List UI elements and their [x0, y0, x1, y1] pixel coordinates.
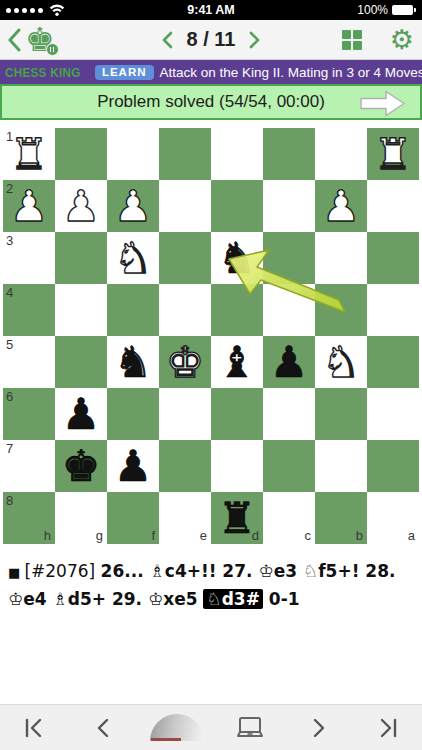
square-e1[interactable]	[159, 128, 211, 180]
piece-bP-c5: ♟	[263, 336, 315, 388]
file-label-a: a	[408, 528, 415, 543]
previous-move-button[interactable]	[81, 706, 125, 750]
square-f8[interactable]: f	[107, 492, 159, 544]
status-bar: 9:41 AM 100%	[0, 0, 422, 20]
piece-wN-b5: ♞	[315, 336, 367, 388]
square-f5[interactable]: ♞	[107, 336, 159, 388]
square-a2[interactable]	[367, 180, 419, 232]
piece-wR-a1: ♜	[367, 128, 419, 180]
square-f2[interactable]: ♟	[107, 180, 159, 232]
square-h5[interactable]: 5	[3, 336, 55, 388]
file-label-h: h	[44, 528, 51, 543]
piece-wK-e5: ♚	[159, 336, 211, 388]
rank-label-3: 3	[6, 233, 13, 248]
square-g1[interactable]	[55, 128, 107, 180]
square-e3[interactable]	[159, 232, 211, 284]
problem-solved-text: Problem solved (54/54, 00:00)	[2, 92, 420, 112]
square-f7[interactable]: ♟	[107, 440, 159, 492]
game-result: 0-1	[263, 589, 300, 609]
problem-id: [#2076]	[24, 561, 100, 581]
square-d7[interactable]	[211, 440, 263, 492]
file-label-e: e	[200, 528, 207, 543]
square-f4[interactable]	[107, 284, 159, 336]
go-to-start-button[interactable]	[12, 706, 56, 750]
square-c7[interactable]	[263, 440, 315, 492]
result-square-icon: ■	[8, 565, 24, 580]
square-a7[interactable]	[367, 440, 419, 492]
square-d6[interactable]	[211, 388, 263, 440]
piece-bP-g6: ♟	[55, 388, 107, 440]
square-e7[interactable]	[159, 440, 211, 492]
problem-list-grid-icon[interactable]	[342, 30, 362, 50]
square-a8[interactable]: a	[367, 492, 419, 544]
square-f1[interactable]	[107, 128, 159, 180]
piece-bP-f7: ♟	[107, 440, 159, 492]
square-a1[interactable]: ♜	[367, 128, 419, 180]
square-b5[interactable]: ♞	[315, 336, 367, 388]
square-c2[interactable]	[263, 180, 315, 232]
piece-wP-h2: ♟	[3, 180, 55, 232]
square-b3[interactable]	[315, 232, 367, 284]
battery-icon	[392, 5, 413, 15]
file-label-f: f	[151, 528, 155, 543]
square-g3[interactable]	[55, 232, 107, 284]
go-to-end-button[interactable]	[366, 706, 410, 750]
rank-label-4: 4	[6, 285, 13, 300]
back-chevron-icon[interactable]	[8, 28, 21, 52]
square-h2[interactable]: 2♟	[3, 180, 55, 232]
piece-bN-f5: ♞	[107, 336, 159, 388]
square-b7[interactable]	[315, 440, 367, 492]
square-h7[interactable]: 7	[3, 440, 55, 492]
square-b8[interactable]: b	[315, 492, 367, 544]
square-a6[interactable]	[367, 388, 419, 440]
piece-bK-g7: ♚	[55, 440, 107, 492]
next-arrow-icon[interactable]	[360, 90, 406, 117]
rank-label-8: 8	[6, 493, 13, 508]
square-c4[interactable]	[263, 284, 315, 336]
rank-label-7: 7	[6, 441, 13, 456]
chess-board-container: 1♜♜2♟♟♟♟3♞♞45♞♚♝♟♞6♟7♚♟8hgfed♜cba	[3, 128, 419, 544]
square-g8[interactable]: g	[55, 492, 107, 544]
course-title: Attack on the King II. Mating in 3 or 4 …	[160, 65, 422, 80]
square-f6[interactable]	[107, 388, 159, 440]
square-d3[interactable]: ♞	[211, 232, 263, 284]
file-label-g: g	[96, 528, 103, 543]
square-a3[interactable]	[367, 232, 419, 284]
square-b6[interactable]	[315, 388, 367, 440]
piece-wP-b2: ♟	[315, 180, 367, 232]
chess-board: 1♜♜2♟♟♟♟3♞♞45♞♚♝♟♞6♟7♚♟8hgfed♜cba	[3, 128, 419, 544]
piece-bN-d3: ♞	[211, 232, 263, 284]
square-d8[interactable]: d♜	[211, 492, 263, 544]
problem-pager: 8 / 11	[187, 28, 236, 51]
square-d2[interactable]	[211, 180, 263, 232]
square-e4[interactable]	[159, 284, 211, 336]
nav-bar: ♚ 8 / 11 ⚙	[0, 20, 422, 60]
square-c3[interactable]	[263, 232, 315, 284]
square-c8[interactable]: c	[263, 492, 315, 544]
square-h1[interactable]: 1♜	[3, 128, 55, 180]
file-label-c: c	[305, 528, 312, 543]
piece-wP-g2: ♟	[55, 180, 107, 232]
square-b1[interactable]	[315, 128, 367, 180]
battery-percent: 100%	[357, 3, 388, 17]
piece-wR-h1: ♜	[3, 128, 55, 180]
problem-solved-banner: Problem solved (54/54, 00:00)	[0, 84, 422, 120]
chess-king-wordmark: CHESS KING	[5, 65, 81, 80]
file-label-b: b	[356, 528, 363, 543]
app-screen: 9:41 AM 100% ♚ 8 / 11 ⚙ CHESS	[0, 0, 422, 750]
square-f3[interactable]: ♞	[107, 232, 159, 284]
piece-wP-f2: ♟	[107, 180, 159, 232]
evaluation-gauge[interactable]	[150, 714, 204, 741]
learn-badge: LEARN	[95, 65, 154, 80]
square-g7[interactable]: ♚	[55, 440, 107, 492]
square-d4[interactable]	[211, 284, 263, 336]
square-a5[interactable]	[367, 336, 419, 388]
square-c6[interactable]	[263, 388, 315, 440]
square-c5[interactable]: ♟	[263, 336, 315, 388]
square-g5[interactable]	[55, 336, 107, 388]
bottom-toolbar	[0, 704, 422, 750]
square-e8[interactable]: e	[159, 492, 211, 544]
settings-gear-icon[interactable]: ⚙	[390, 26, 414, 53]
rank-label-5: 5	[6, 337, 13, 352]
square-a4[interactable]	[367, 284, 419, 336]
square-c1[interactable]	[263, 128, 315, 180]
rank-label-6: 6	[6, 389, 13, 404]
piece-wN-f3: ♞	[107, 232, 159, 284]
square-g4[interactable]	[55, 284, 107, 336]
move-list: ■ [#2076] 26... ♗c4+!! 27. ♔e3 ♘f5+! 28.…	[8, 558, 414, 613]
logo-badge	[46, 43, 59, 56]
square-d5[interactable]: ♝	[211, 336, 263, 388]
square-h8[interactable]: 8h	[3, 492, 55, 544]
square-e2[interactable]	[159, 180, 211, 232]
square-e5[interactable]: ♚	[159, 336, 211, 388]
course-bar: CHESS KING LEARN Attack on the King II. …	[0, 60, 422, 84]
next-problem-chevron[interactable]	[249, 31, 260, 49]
square-h4[interactable]: 4	[3, 284, 55, 336]
square-g6[interactable]: ♟	[55, 388, 107, 440]
current-move-highlight[interactable]: ♘d3#	[203, 589, 262, 609]
next-move-button[interactable]	[297, 706, 341, 750]
square-b2[interactable]: ♟	[315, 180, 367, 232]
square-g2[interactable]: ♟	[55, 180, 107, 232]
chess-king-logo[interactable]: ♚	[25, 22, 55, 58]
engine-analysis-button[interactable]	[228, 706, 272, 750]
piece-bB-d5: ♝	[211, 336, 263, 388]
prev-problem-chevron[interactable]	[162, 31, 173, 49]
square-e6[interactable]	[159, 388, 211, 440]
square-h3[interactable]: 3	[3, 232, 55, 284]
square-d1[interactable]	[211, 128, 263, 180]
square-h6[interactable]: 6	[3, 388, 55, 440]
piece-bR-d8: ♜	[211, 492, 263, 544]
square-b4[interactable]	[315, 284, 367, 336]
